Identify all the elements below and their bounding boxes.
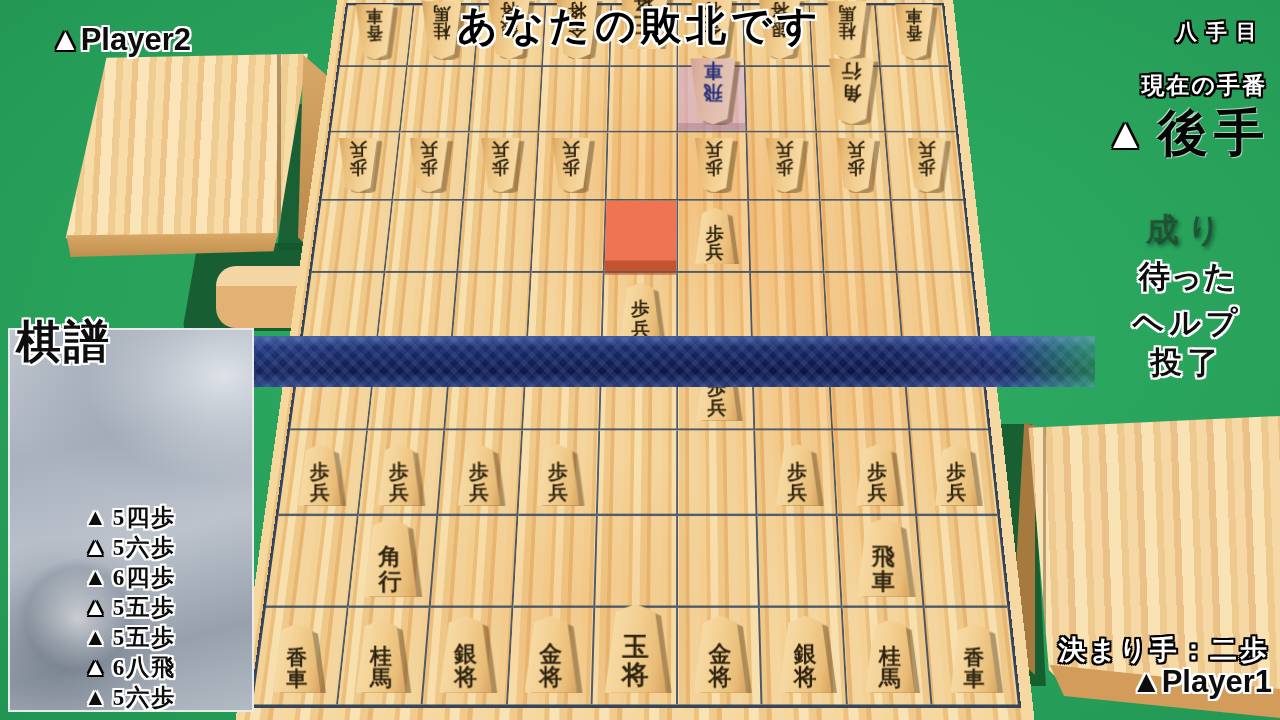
player2-label: ▲Player2 (50, 22, 191, 58)
sente-triangle-icon: ▲ (84, 503, 109, 533)
kifu-move-text: 6八飛 (113, 655, 177, 680)
sente-triangle-icon: ▲ (84, 623, 109, 653)
menu-promote-button: 成り (1100, 208, 1275, 253)
piece-kanji: 兵 (918, 140, 935, 158)
piece-face: 歩兵 (856, 445, 899, 506)
gote-pawn[interactable]: 歩兵 (481, 138, 519, 193)
kifu-move-5: ▲5五歩 (84, 623, 176, 653)
piece-kanji: 歩 (310, 463, 330, 484)
kifu-move-text: 5六歩 (113, 535, 177, 560)
piece-kanji: 歩 (349, 158, 366, 176)
board-square-r7c6[interactable] (678, 431, 758, 517)
board-square-r8c1[interactable] (266, 516, 358, 607)
piece-kanji: 歩 (947, 463, 967, 484)
gote-pawn[interactable]: 歩兵 (908, 138, 946, 193)
piece-kanji: 歩 (492, 158, 509, 176)
gote-pawn[interactable]: 歩兵 (552, 138, 590, 193)
piece-kanji: 銀 (455, 642, 478, 666)
piece-kanji: 歩 (420, 158, 437, 176)
gote-triangle-icon: ▲ (1104, 110, 1146, 158)
piece-kanji: 兵 (847, 140, 864, 158)
sente-pawn[interactable]: 歩兵 (695, 208, 734, 264)
piece-face: 歩兵 (481, 138, 519, 193)
piece-kanji: 歩 (867, 463, 887, 484)
kifu-move-3: ▲6四歩 (84, 563, 176, 593)
piece-kanji: 兵 (706, 244, 724, 263)
board-square-r2c7[interactable] (746, 67, 817, 132)
piece-face: 歩兵 (339, 138, 377, 193)
kifu-move-text: 5四歩 (113, 505, 177, 530)
piece-face: 金将 (694, 616, 746, 693)
piece-kanji: 行 (379, 570, 402, 594)
red-highlight-square (605, 201, 677, 271)
board-square-r4c3[interactable] (458, 201, 535, 273)
sente-silver[interactable]: 銀将 (779, 616, 831, 693)
sente-rook[interactable]: 飛車 (856, 518, 910, 597)
sente-knight[interactable]: 桂馬 (865, 620, 915, 693)
piece-kanji: 歩 (631, 299, 649, 319)
gote-pawn[interactable]: 歩兵 (837, 138, 875, 193)
piece-kanji: 桂 (370, 644, 392, 667)
board-square-r4c1[interactable] (312, 201, 393, 273)
piece-kanji: 兵 (563, 140, 580, 158)
piece-kanji: 兵 (492, 140, 509, 158)
sente-pawn[interactable]: 歩兵 (620, 283, 660, 341)
gote-triangle-icon: ▲ (84, 653, 109, 683)
kifu-move-text: 5六歩 (113, 685, 177, 710)
piece-kanji: 歩 (776, 158, 793, 176)
sente-gold[interactable]: 金将 (524, 616, 576, 693)
piece-face: 歩兵 (694, 138, 732, 193)
piece-face: 香車 (951, 624, 999, 693)
piece-kanji: 兵 (420, 140, 437, 158)
board-square-r8c5[interactable] (595, 516, 677, 607)
piece-kanji: 車 (286, 668, 307, 690)
player1-label: ▲Player1 (1131, 664, 1272, 700)
board-square-r2c2[interactable] (400, 67, 475, 132)
piece-kanji: 兵 (310, 483, 330, 504)
piece-kanji: 兵 (469, 483, 489, 504)
board-square-r2c5[interactable] (609, 67, 678, 132)
sente-silver[interactable]: 銀将 (440, 616, 492, 693)
kifu-move-7: ▲5六歩 (84, 683, 176, 713)
board-square-r8c4[interactable] (513, 516, 598, 607)
result-banner (140, 336, 1095, 387)
sente-pawn[interactable]: 歩兵 (537, 445, 580, 506)
kifu-title: 棋譜 (16, 312, 112, 372)
piece-kanji: 将 (455, 666, 478, 690)
piece-face: 歩兵 (457, 445, 500, 506)
menu-undo-button[interactable]: 待った (1100, 256, 1275, 298)
sente-bishop[interactable]: 角行 (364, 518, 418, 597)
sente-pawn[interactable]: 歩兵 (378, 445, 421, 506)
kifu-move-text: 5五歩 (113, 595, 177, 620)
menu-help-button[interactable]: ヘルプ (1100, 302, 1275, 344)
kifu-move-2: ▲5六歩 (84, 533, 176, 563)
sente-pawn[interactable]: 歩兵 (935, 445, 978, 506)
piece-kanji: 兵 (549, 483, 569, 504)
turn-indicator: ▲ 後手 (1104, 100, 1270, 167)
menu-resign-button[interactable]: 投了 (1100, 342, 1275, 384)
piece-kanji: 馬 (879, 667, 901, 690)
piece-face: 角行 (364, 518, 418, 597)
kifu-move-4: ▲5五歩 (84, 593, 176, 623)
piece-face: 歩兵 (378, 445, 421, 506)
sente-triangle-icon: ▲ (84, 563, 109, 593)
sente-triangle-icon: ▲ (84, 683, 109, 713)
piece-face: 歩兵 (908, 138, 946, 193)
piece-kanji: 車 (872, 570, 895, 594)
sente-knight[interactable]: 桂馬 (357, 620, 407, 693)
piece-kanji: 歩 (705, 158, 722, 176)
sente-pawn[interactable]: 歩兵 (856, 445, 899, 506)
kifu-move-1: ▲5四歩 (84, 503, 176, 533)
piece-face: 歩兵 (552, 138, 590, 193)
board-square-r2c1[interactable] (331, 67, 408, 132)
piece-kanji: 兵 (867, 483, 887, 504)
piece-kanji: 将 (539, 666, 562, 690)
piece-kanji: 角 (379, 545, 402, 569)
piece-face: 歩兵 (537, 445, 580, 506)
piece-kanji: 玉 (622, 633, 649, 661)
piece-kanji: 行 (841, 60, 860, 81)
sente-pawn[interactable]: 歩兵 (298, 445, 341, 506)
gote-triangle-icon: ▲ (84, 593, 109, 623)
sente-king[interactable]: 玉将 (605, 604, 666, 693)
board-square-r2c3[interactable] (470, 67, 543, 132)
sente-gold[interactable]: 金将 (694, 616, 746, 693)
piece-kanji: 兵 (389, 483, 409, 504)
piece-kanji: 角 (841, 81, 860, 102)
piece-face: 玉将 (605, 604, 666, 693)
sente-triangle-icon: ▲ (1131, 664, 1162, 699)
sente-pawn[interactable]: 歩兵 (457, 445, 500, 506)
piece-kanji: 歩 (918, 158, 935, 176)
piece-face: 歩兵 (837, 138, 875, 193)
piece-kanji: 兵 (705, 140, 722, 158)
piece-face: 香車 (273, 624, 321, 693)
board-square-r8c9[interactable] (918, 516, 1008, 607)
piece-kanji: 車 (964, 668, 985, 690)
board-square-r2c9[interactable] (881, 67, 956, 132)
kifu-move-text: 6四歩 (113, 565, 177, 590)
piece-face: 飛車 (690, 58, 735, 124)
board-square-r7c5[interactable] (598, 431, 678, 517)
result-reason: 決まり手：二歩 (1059, 632, 1270, 668)
piece-face: 飛車 (856, 518, 910, 597)
piece-face: 銀将 (779, 616, 831, 693)
board-square-r2c4[interactable] (539, 67, 610, 132)
gote-pawn[interactable]: 歩兵 (339, 138, 377, 193)
piece-face: 歩兵 (766, 138, 804, 193)
board-square-r3c5[interactable] (607, 132, 678, 201)
sente-pawn[interactable]: 歩兵 (776, 445, 819, 506)
piece-kanji: 兵 (776, 140, 793, 158)
gote-pawn[interactable]: 歩兵 (694, 138, 732, 193)
piece-kanji: 香 (286, 646, 307, 668)
piece-kanji: 馬 (370, 667, 392, 690)
board-square-r4c8[interactable] (821, 201, 898, 273)
piece-face: 歩兵 (620, 283, 660, 341)
game-screen: 香車桂馬銀将金将王将金将銀将桂馬香車飛車角行歩兵歩兵歩兵歩兵歩兵歩兵歩兵歩兵歩兵… (0, 0, 1280, 720)
piece-kanji: 車 (703, 60, 722, 81)
piece-kanji: 飛 (872, 545, 895, 569)
board-square-r4c2[interactable] (385, 201, 464, 273)
piece-kanji: 香 (964, 646, 985, 668)
piece-kanji: 歩 (706, 225, 724, 244)
piece-face: 歩兵 (410, 138, 448, 193)
piece-kanji: 歩 (549, 463, 569, 484)
gote-triangle-icon: ▲ (84, 533, 109, 563)
piece-face: 金将 (524, 616, 576, 693)
piece-kanji: 銀 (793, 642, 816, 666)
piece-kanji: 歩 (469, 463, 489, 484)
piece-kanji: 金 (539, 642, 562, 666)
piece-face: 歩兵 (935, 445, 978, 506)
kifu-move-text: 5五歩 (113, 625, 177, 650)
board-square-r8c7[interactable] (758, 516, 843, 607)
turn-label: 現在の手番 (1141, 70, 1267, 101)
piece-kanji: 将 (709, 666, 732, 690)
piece-kanji: 歩 (389, 463, 409, 484)
gote-bishop[interactable]: 角行 (828, 58, 873, 124)
piece-kanji: 兵 (947, 483, 967, 504)
piece-kanji: 金 (709, 642, 732, 666)
piece-face: 歩兵 (776, 445, 819, 506)
kifu-move-list: ▲5四歩▲5六歩▲6四歩▲5五歩▲5五歩▲6八飛▲5六歩 (84, 503, 176, 713)
board-square-r8c6[interactable] (678, 516, 760, 607)
piece-kanji: 歩 (788, 463, 808, 484)
piece-face: 桂馬 (357, 620, 407, 693)
piece-face: 角行 (828, 58, 873, 124)
piece-kanji: 将 (622, 661, 649, 689)
piece-kanji: 兵 (349, 140, 366, 158)
gote-pawn[interactable]: 歩兵 (410, 138, 448, 193)
piece-face: 銀将 (440, 616, 492, 693)
piece-kanji: 歩 (563, 158, 580, 176)
kifu-move-6: ▲6八飛 (84, 653, 176, 683)
gote-rook[interactable]: 飛車 (690, 58, 735, 124)
move-number: 八手目 (1176, 18, 1266, 46)
gote-pawn[interactable]: 歩兵 (766, 138, 804, 193)
board-square-r4c7[interactable] (749, 201, 824, 273)
board-square-r8c3[interactable] (431, 516, 518, 607)
piece-kanji: 歩 (847, 158, 864, 176)
piece-kanji: 将 (793, 666, 816, 690)
board-square-r4c4[interactable] (531, 201, 606, 273)
board-square-r4c9[interactable] (892, 201, 971, 273)
sente-lance[interactable]: 香車 (951, 624, 999, 693)
result-banner-text: あなたの敗北です (0, 0, 1280, 51)
piece-kanji: 飛 (703, 81, 722, 102)
gote-triangle-icon: ▲ (50, 22, 81, 57)
piece-kanji: 兵 (788, 483, 808, 504)
piece-kanji: 兵 (707, 399, 726, 419)
piece-face: 桂馬 (865, 620, 915, 693)
piece-face: 歩兵 (695, 208, 734, 264)
piece-face: 歩兵 (298, 445, 341, 506)
sente-lance[interactable]: 香車 (273, 624, 321, 693)
piece-kanji: 桂 (879, 644, 901, 667)
turn-side: 後手 (1158, 100, 1270, 167)
